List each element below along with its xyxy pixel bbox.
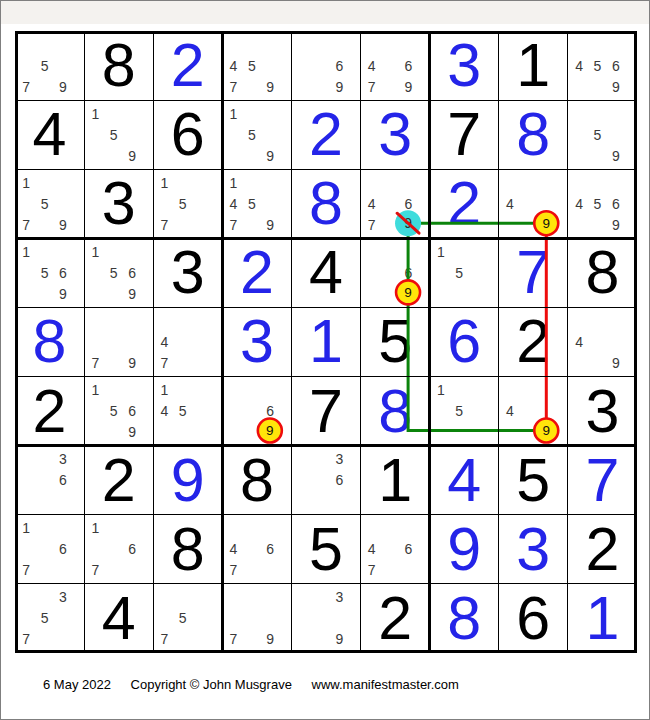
cell-r3c9[interactable]: 4569 bbox=[568, 169, 637, 238]
candidate-digit bbox=[468, 241, 486, 262]
candidate-digit: 7 bbox=[363, 214, 381, 235]
candidate-digit: 5 bbox=[174, 193, 192, 214]
candidate-digit bbox=[381, 172, 399, 193]
candidate-digit: 9 bbox=[399, 76, 417, 97]
candidate-digit bbox=[35, 629, 53, 650]
cell-r5c2[interactable]: 79 bbox=[84, 307, 153, 376]
cell-r5c9[interactable]: 49 bbox=[568, 307, 637, 376]
candidate-digit bbox=[538, 214, 556, 235]
cell-r9c4[interactable]: 79 bbox=[222, 584, 291, 653]
candidate-digit: 9 bbox=[54, 214, 72, 235]
cell-r2c5[interactable]: 2 bbox=[291, 100, 360, 169]
candidate-digit: 5 bbox=[35, 262, 53, 283]
candidate-digit bbox=[17, 193, 35, 214]
cell-r7c4[interactable]: 8 bbox=[222, 446, 291, 515]
candidate-digit bbox=[519, 214, 537, 235]
candidate-digit bbox=[35, 241, 53, 262]
cell-r8c5[interactable]: 5 bbox=[291, 515, 360, 584]
candidate-grid: 15 bbox=[430, 238, 499, 307]
cell-r7c9[interactable]: 7 bbox=[568, 446, 637, 515]
cell-r5c8[interactable]: 2 bbox=[499, 307, 568, 376]
cell-r1c8[interactable]: 1 bbox=[499, 31, 568, 100]
candidate-digit: 3 bbox=[330, 587, 348, 608]
candidate-digit bbox=[86, 283, 104, 304]
cell-r9c9[interactable]: 1 bbox=[568, 584, 637, 653]
candidate-digit bbox=[381, 560, 399, 581]
candidate-digit bbox=[399, 241, 417, 262]
candidate-digit: 5 bbox=[588, 124, 606, 145]
candidate-digit bbox=[17, 491, 35, 512]
candidate-digit bbox=[312, 608, 330, 629]
cell-r1c6[interactable]: 4679 bbox=[361, 31, 430, 100]
cell-r2c1[interactable]: 4 bbox=[15, 100, 84, 169]
candidate-digit bbox=[363, 283, 381, 304]
candidate-digit bbox=[381, 539, 399, 560]
candidate-digit bbox=[224, 124, 242, 145]
sudoku-page: 5798245796946793145694159615923785915793… bbox=[0, 0, 650, 720]
candidate-digit bbox=[399, 214, 417, 235]
cell-value: 2 bbox=[222, 238, 291, 307]
cell-r3c8[interactable]: 4 bbox=[499, 169, 568, 238]
candidate-digit bbox=[293, 587, 311, 608]
candidate-digit: 7 bbox=[17, 560, 35, 581]
candidate-digit bbox=[17, 262, 35, 283]
candidate-digit: 1 bbox=[432, 380, 450, 401]
candidate-digit: 4 bbox=[155, 331, 173, 352]
cell-r4c9[interactable]: 8 bbox=[568, 238, 637, 307]
candidate-digit: 3 bbox=[54, 587, 72, 608]
cell-r9c3[interactable]: 57 bbox=[153, 584, 222, 653]
cell-r7c3[interactable]: 9 bbox=[153, 446, 222, 515]
candidate-digit bbox=[381, 241, 399, 262]
candidate-digit bbox=[17, 283, 35, 304]
candidate-grid: 59 bbox=[568, 100, 637, 169]
candidate-digit bbox=[607, 331, 625, 352]
cell-r5c3[interactable]: 47 bbox=[153, 307, 222, 376]
cell-r2c2[interactable]: 159 bbox=[84, 100, 153, 169]
candidate-digit bbox=[35, 539, 53, 560]
cell-r3c2[interactable]: 3 bbox=[84, 169, 153, 238]
cell-r5c1[interactable]: 8 bbox=[15, 307, 84, 376]
cell-value: 3 bbox=[499, 515, 568, 584]
candidate-grid: 4569 bbox=[568, 31, 637, 100]
candidate-digit bbox=[174, 214, 192, 235]
candidate-digit bbox=[17, 34, 35, 55]
candidate-digit bbox=[17, 470, 35, 491]
candidate-digit: 1 bbox=[155, 172, 173, 193]
candidate-digit: 4 bbox=[224, 539, 242, 560]
cell-r6c7[interactable]: 15 bbox=[430, 377, 499, 446]
cell-r1c4[interactable]: 4579 bbox=[222, 31, 291, 100]
cell-r1c1[interactable]: 579 bbox=[15, 31, 84, 100]
candidate-grid: 47 bbox=[153, 307, 222, 376]
cell-value: 8 bbox=[361, 377, 430, 446]
candidate-digit: 4 bbox=[363, 193, 381, 214]
candidate-digit bbox=[261, 560, 279, 581]
candidate-digit bbox=[261, 193, 279, 214]
candidate-digit: 9 bbox=[330, 629, 348, 650]
cell-r1c3[interactable]: 2 bbox=[153, 31, 222, 100]
candidate-digit: 6 bbox=[54, 262, 72, 283]
candidate-grid: 159 bbox=[84, 100, 153, 169]
cell-r6c4[interactable]: 6 bbox=[222, 377, 291, 446]
candidate-digit bbox=[570, 103, 588, 124]
cell-r5c5[interactable]: 1 bbox=[291, 307, 360, 376]
cell-r4c8[interactable]: 7 bbox=[499, 238, 568, 307]
candidate-digit bbox=[174, 172, 192, 193]
candidate-digit bbox=[450, 380, 468, 401]
candidate-digit: 1 bbox=[86, 103, 104, 124]
candidate-grid: 579 bbox=[15, 31, 84, 100]
cell-r1c7[interactable]: 3 bbox=[430, 31, 499, 100]
candidate-digit bbox=[17, 587, 35, 608]
candidate-digit: 4 bbox=[224, 193, 242, 214]
cell-r4c4[interactable]: 2 bbox=[222, 238, 291, 307]
candidate-digit bbox=[312, 491, 330, 512]
cell-r4c5[interactable]: 4 bbox=[291, 238, 360, 307]
cell-r2c3[interactable]: 6 bbox=[153, 100, 222, 169]
cell-r9c7[interactable]: 8 bbox=[430, 584, 499, 653]
cell-r8c4[interactable]: 467 bbox=[222, 515, 291, 584]
cell-r9c5[interactable]: 39 bbox=[291, 584, 360, 653]
cell-r2c9[interactable]: 59 bbox=[568, 100, 637, 169]
candidate-grid: 57 bbox=[153, 584, 222, 653]
cell-r4c6[interactable]: 6 bbox=[361, 238, 430, 307]
cell-value: 2 bbox=[430, 169, 499, 238]
candidate-digit bbox=[192, 310, 210, 331]
candidate-digit bbox=[104, 241, 122, 262]
candidate-digit bbox=[399, 34, 417, 55]
candidate-digit: 6 bbox=[399, 55, 417, 76]
candidate-digit bbox=[54, 241, 72, 262]
candidate-digit bbox=[123, 124, 141, 145]
candidate-digit bbox=[261, 518, 279, 539]
cell-value: 2 bbox=[84, 446, 153, 515]
candidate-digit: 7 bbox=[224, 629, 242, 650]
cell-r8c8[interactable]: 3 bbox=[499, 515, 568, 584]
candidate-digit: 9 bbox=[607, 214, 625, 235]
candidate-digit: 5 bbox=[243, 193, 261, 214]
candidate-digit bbox=[570, 34, 588, 55]
cell-value: 1 bbox=[291, 307, 360, 376]
candidate-digit: 9 bbox=[330, 76, 348, 97]
cell-r2c6[interactable]: 3 bbox=[361, 100, 430, 169]
candidate-digit bbox=[35, 518, 53, 539]
cell-r8c3[interactable]: 8 bbox=[153, 515, 222, 584]
candidate-digit bbox=[243, 76, 261, 97]
candidate-digit bbox=[174, 587, 192, 608]
candidate-digit: 9 bbox=[261, 214, 279, 235]
candidate-digit: 5 bbox=[174, 608, 192, 629]
cell-r3c5[interactable]: 8 bbox=[291, 169, 360, 238]
candidate-digit bbox=[243, 380, 261, 401]
cell-value: 8 bbox=[84, 31, 153, 100]
candidate-digit bbox=[86, 310, 104, 331]
candidate-digit: 1 bbox=[17, 518, 35, 539]
cell-r6c5[interactable]: 7 bbox=[291, 377, 360, 446]
candidate-digit: 6 bbox=[399, 539, 417, 560]
candidate-digit bbox=[192, 380, 210, 401]
cell-r7c8[interactable]: 5 bbox=[499, 446, 568, 515]
candidate-grid: 15 bbox=[430, 377, 499, 446]
candidate-digit bbox=[35, 172, 53, 193]
candidate-digit bbox=[312, 55, 330, 76]
candidate-digit bbox=[363, 241, 381, 262]
cell-value: 8 bbox=[291, 169, 360, 238]
candidate-digit: 9 bbox=[607, 76, 625, 97]
candidate-digit bbox=[293, 470, 311, 491]
cell-value: 3 bbox=[430, 31, 499, 100]
candidate-digit bbox=[104, 145, 122, 166]
candidate-digit bbox=[519, 172, 537, 193]
candidate-digit: 4 bbox=[363, 55, 381, 76]
candidate-digit bbox=[570, 353, 588, 374]
cell-r6c6[interactable]: 8 bbox=[361, 377, 430, 446]
candidate-digit bbox=[312, 76, 330, 97]
candidate-grid: 159 bbox=[222, 100, 291, 169]
cell-r2c7[interactable]: 7 bbox=[430, 100, 499, 169]
candidate-grid: 167 bbox=[15, 515, 84, 584]
cell-value: 2 bbox=[568, 515, 637, 584]
cell-r5c4[interactable]: 3 bbox=[222, 307, 291, 376]
candidate-digit: 7 bbox=[17, 76, 35, 97]
cell-r8c7[interactable]: 9 bbox=[430, 515, 499, 584]
candidate-digit bbox=[381, 518, 399, 539]
candidate-digit bbox=[261, 124, 279, 145]
candidate-digit: 6 bbox=[607, 193, 625, 214]
candidate-digit bbox=[224, 518, 242, 539]
candidate-digit: 5 bbox=[243, 124, 261, 145]
cell-r4c3[interactable]: 3 bbox=[153, 238, 222, 307]
candidate-digit bbox=[588, 34, 606, 55]
cell-r6c3[interactable]: 145 bbox=[153, 377, 222, 446]
cell-r1c9[interactable]: 4569 bbox=[568, 31, 637, 100]
cell-value: 8 bbox=[15, 307, 84, 376]
candidate-digit bbox=[123, 331, 141, 352]
candidate-digit bbox=[243, 518, 261, 539]
candidate-digit bbox=[570, 145, 588, 166]
cell-r8c1[interactable]: 167 bbox=[15, 515, 84, 584]
cell-value: 2 bbox=[361, 584, 430, 653]
cell-value: 1 bbox=[499, 31, 568, 100]
candidate-digit: 7 bbox=[86, 560, 104, 581]
candidate-grid: 4679 bbox=[361, 31, 430, 100]
cell-r4c1[interactable]: 1569 bbox=[15, 238, 84, 307]
candidate-digit bbox=[312, 34, 330, 55]
cell-r8c6[interactable]: 467 bbox=[361, 515, 430, 584]
cell-r9c6[interactable]: 2 bbox=[361, 584, 430, 653]
cell-r6c8[interactable]: 4 bbox=[499, 377, 568, 446]
candidate-digit bbox=[607, 172, 625, 193]
cell-r3c4[interactable]: 14579 bbox=[222, 169, 291, 238]
candidate-digit bbox=[381, 76, 399, 97]
candidate-digit: 6 bbox=[330, 55, 348, 76]
candidate-digit bbox=[293, 76, 311, 97]
candidate-digit bbox=[312, 629, 330, 650]
cell-value: 6 bbox=[499, 584, 568, 653]
candidate-digit bbox=[192, 587, 210, 608]
cell-r4c7[interactable]: 15 bbox=[430, 238, 499, 307]
candidate-digit: 6 bbox=[123, 262, 141, 283]
cell-value: 9 bbox=[153, 446, 222, 515]
cell-r3c1[interactable]: 1579 bbox=[15, 169, 84, 238]
candidate-digit bbox=[243, 587, 261, 608]
candidate-digit bbox=[468, 380, 486, 401]
candidate-digit: 1 bbox=[224, 172, 242, 193]
candidate-digit bbox=[501, 422, 519, 443]
candidate-grid: 39 bbox=[291, 584, 360, 653]
candidate-grid: 4579 bbox=[222, 31, 291, 100]
candidate-digit bbox=[17, 539, 35, 560]
candidate-digit bbox=[104, 353, 122, 374]
candidate-grid: 49 bbox=[568, 307, 637, 376]
cell-value: 1 bbox=[568, 584, 637, 653]
footer-website: www.manifestmaster.com bbox=[312, 677, 459, 692]
candidate-digit: 7 bbox=[224, 214, 242, 235]
candidate-grid: 157 bbox=[153, 169, 222, 238]
candidate-digit bbox=[123, 560, 141, 581]
candidate-digit: 5 bbox=[450, 262, 468, 283]
candidate-digit bbox=[104, 103, 122, 124]
cell-r3c6[interactable]: 467 bbox=[361, 169, 430, 238]
cell-value: 6 bbox=[430, 307, 499, 376]
cell-value: 5 bbox=[291, 515, 360, 584]
candidate-digit bbox=[243, 539, 261, 560]
cell-r7c7[interactable]: 4 bbox=[430, 446, 499, 515]
cell-r9c1[interactable]: 357 bbox=[15, 584, 84, 653]
candidate-digit bbox=[86, 401, 104, 422]
candidate-grid: 14579 bbox=[222, 169, 291, 238]
cell-value: 7 bbox=[499, 238, 568, 307]
candidate-digit: 7 bbox=[224, 76, 242, 97]
candidate-digit: 1 bbox=[86, 518, 104, 539]
cell-r2c8[interactable]: 8 bbox=[499, 100, 568, 169]
candidate-digit bbox=[293, 629, 311, 650]
candidate-digit bbox=[570, 76, 588, 97]
candidate-digit bbox=[155, 310, 173, 331]
candidate-digit: 1 bbox=[17, 241, 35, 262]
candidate-digit bbox=[468, 401, 486, 422]
cell-value: 1 bbox=[361, 446, 430, 515]
cell-r5c6[interactable]: 5 bbox=[361, 307, 430, 376]
candidate-digit bbox=[174, 629, 192, 650]
candidate-digit bbox=[224, 145, 242, 166]
cell-r6c9[interactable]: 3 bbox=[568, 377, 637, 446]
candidate-digit bbox=[86, 331, 104, 352]
candidate-digit bbox=[54, 518, 72, 539]
candidate-digit: 3 bbox=[330, 449, 348, 470]
cell-value: 8 bbox=[153, 515, 222, 584]
cell-r3c7[interactable]: 2 bbox=[430, 169, 499, 238]
candidate-digit bbox=[261, 34, 279, 55]
cell-r2c4[interactable]: 159 bbox=[222, 100, 291, 169]
candidate-digit bbox=[519, 401, 537, 422]
cell-value: 8 bbox=[568, 238, 637, 307]
cell-r7c2[interactable]: 2 bbox=[84, 446, 153, 515]
cell-r8c9[interactable]: 2 bbox=[568, 515, 637, 584]
candidate-grid: 357 bbox=[15, 584, 84, 653]
cell-r6c2[interactable]: 1569 bbox=[84, 377, 153, 446]
candidate-digit bbox=[468, 283, 486, 304]
candidate-grid: 167 bbox=[84, 515, 153, 584]
candidate-digit: 6 bbox=[261, 401, 279, 422]
cell-r8c2[interactable]: 167 bbox=[84, 515, 153, 584]
candidate-digit bbox=[224, 34, 242, 55]
candidate-digit bbox=[330, 491, 348, 512]
candidate-digit bbox=[224, 422, 242, 443]
candidate-digit bbox=[35, 491, 53, 512]
candidate-digit bbox=[381, 34, 399, 55]
candidate-digit bbox=[243, 214, 261, 235]
candidate-digit bbox=[501, 172, 519, 193]
candidate-digit bbox=[381, 283, 399, 304]
candidate-digit bbox=[330, 34, 348, 55]
candidate-digit bbox=[381, 55, 399, 76]
candidate-digit: 9 bbox=[607, 353, 625, 374]
cell-r7c6[interactable]: 1 bbox=[361, 446, 430, 515]
candidate-digit bbox=[330, 608, 348, 629]
cell-r9c2[interactable]: 4 bbox=[84, 584, 153, 653]
candidate-digit bbox=[538, 193, 556, 214]
candidate-digit bbox=[588, 353, 606, 374]
candidate-digit: 9 bbox=[123, 422, 141, 443]
candidate-digit bbox=[155, 608, 173, 629]
candidate-digit bbox=[607, 310, 625, 331]
candidate-grid: 467 bbox=[361, 515, 430, 584]
candidate-grid: 79 bbox=[84, 307, 153, 376]
candidate-digit: 5 bbox=[174, 401, 192, 422]
cell-r6c1[interactable]: 2 bbox=[15, 377, 84, 446]
candidate-digit bbox=[501, 214, 519, 235]
candidate-digit bbox=[538, 172, 556, 193]
candidate-digit: 4 bbox=[224, 55, 242, 76]
candidate-digit bbox=[243, 401, 261, 422]
candidate-digit: 5 bbox=[104, 124, 122, 145]
cell-value: 3 bbox=[153, 238, 222, 307]
candidate-digit bbox=[174, 422, 192, 443]
candidate-digit: 4 bbox=[570, 331, 588, 352]
candidate-digit bbox=[293, 34, 311, 55]
candidate-grid: 4569 bbox=[568, 169, 637, 238]
candidate-digit: 5 bbox=[243, 55, 261, 76]
candidate-grid: 6 bbox=[361, 238, 430, 307]
candidate-digit: 6 bbox=[54, 470, 72, 491]
candidate-digit bbox=[104, 518, 122, 539]
candidate-digit: 6 bbox=[399, 193, 417, 214]
cell-value: 4 bbox=[84, 584, 153, 653]
cell-r9c8[interactable]: 6 bbox=[499, 584, 568, 653]
candidate-digit bbox=[432, 262, 450, 283]
candidate-digit bbox=[86, 422, 104, 443]
cell-r7c5[interactable]: 36 bbox=[291, 446, 360, 515]
cell-r1c2[interactable]: 8 bbox=[84, 31, 153, 100]
candidate-digit bbox=[192, 193, 210, 214]
candidate-digit bbox=[399, 518, 417, 539]
candidate-digit bbox=[261, 380, 279, 401]
cell-value: 7 bbox=[430, 100, 499, 169]
candidate-digit: 9 bbox=[261, 76, 279, 97]
cell-value: 2 bbox=[153, 31, 222, 100]
candidate-digit bbox=[570, 172, 588, 193]
cell-r3c3[interactable]: 157 bbox=[153, 169, 222, 238]
cell-r7c1[interactable]: 36 bbox=[15, 446, 84, 515]
cell-r4c2[interactable]: 1569 bbox=[84, 238, 153, 307]
cell-r1c5[interactable]: 69 bbox=[291, 31, 360, 100]
candidate-digit bbox=[588, 331, 606, 352]
cell-r5c7[interactable]: 6 bbox=[430, 307, 499, 376]
candidate-digit bbox=[86, 145, 104, 166]
candidate-digit bbox=[104, 310, 122, 331]
